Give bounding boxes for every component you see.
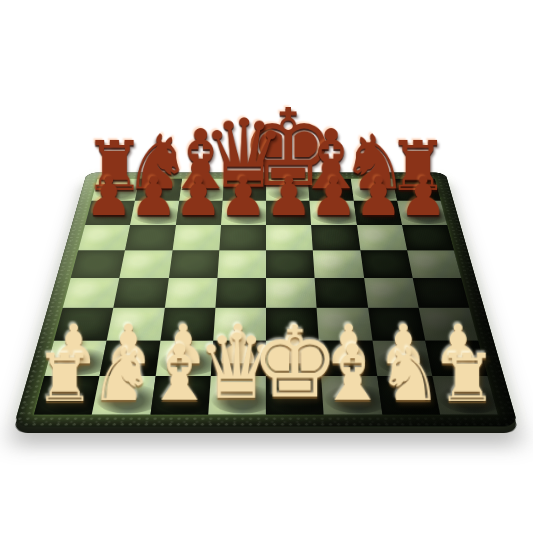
square-f6[interactable] xyxy=(311,225,360,251)
piece-white-rook-a1[interactable]: ♜ xyxy=(35,348,94,409)
square-b5[interactable] xyxy=(120,250,173,278)
piece-white-bishop-c1[interactable]: ♝ xyxy=(145,338,215,409)
square-f4[interactable] xyxy=(315,278,368,308)
square-g5[interactable] xyxy=(360,250,412,278)
piece-black-pawn-g7[interactable]: ♟ xyxy=(355,172,403,221)
square-c5[interactable] xyxy=(168,250,219,278)
square-f1[interactable]: ♝ xyxy=(321,376,382,415)
square-d7[interactable]: ♟ xyxy=(221,201,266,225)
square-g7[interactable]: ♟ xyxy=(353,201,401,225)
chess-board: ♜♞♝♛♚♝♞♜♟♟♟♟♟♟♟♟♟♟♟♟♟♟♟♟♜♞♝♛♚♝♞♜ xyxy=(14,173,519,427)
square-c1[interactable]: ♝ xyxy=(150,376,211,415)
square-a4[interactable] xyxy=(63,278,120,308)
square-c4[interactable] xyxy=(164,278,217,308)
square-a5[interactable] xyxy=(71,250,125,278)
perspective-container: ♜♞♝♛♚♝♞♜♟♟♟♟♟♟♟♟♟♟♟♟♟♟♟♟♜♞♝♛♚♝♞♜ xyxy=(0,0,533,533)
piece-black-pawn-h7[interactable]: ♟ xyxy=(400,172,448,221)
square-h1[interactable]: ♜ xyxy=(432,376,498,415)
square-d5[interactable] xyxy=(217,250,266,278)
square-h5[interactable] xyxy=(407,250,461,278)
square-b6[interactable] xyxy=(125,225,175,251)
square-e1[interactable]: ♚ xyxy=(266,376,324,415)
square-c7[interactable]: ♟ xyxy=(176,201,223,225)
square-f5[interactable] xyxy=(313,250,364,278)
piece-black-pawn-c7[interactable]: ♟ xyxy=(175,172,223,221)
square-b4[interactable] xyxy=(114,278,169,308)
square-g6[interactable] xyxy=(357,225,407,251)
square-e6[interactable] xyxy=(266,225,313,251)
piece-black-pawn-e7[interactable]: ♟ xyxy=(265,172,313,221)
square-h4[interactable] xyxy=(412,278,469,308)
piece-white-bishop-f1[interactable]: ♝ xyxy=(318,338,388,409)
square-d6[interactable] xyxy=(219,225,266,251)
square-a6[interactable] xyxy=(78,225,130,251)
square-h7[interactable]: ♟ xyxy=(397,201,447,225)
square-d4[interactable] xyxy=(215,278,266,308)
square-e5[interactable] xyxy=(266,250,315,278)
board-frame: ♜♞♝♛♚♝♞♜♟♟♟♟♟♟♟♟♟♟♟♟♟♟♟♟♜♞♝♛♚♝♞♜ xyxy=(14,173,519,427)
square-g4[interactable] xyxy=(364,278,419,308)
square-a1[interactable]: ♜ xyxy=(34,376,100,415)
piece-black-pawn-d7[interactable]: ♟ xyxy=(220,172,268,221)
board-grid: ♜♞♝♛♚♝♞♜♟♟♟♟♟♟♟♟♟♟♟♟♟♟♟♟♜♞♝♛♚♝♞♜ xyxy=(34,179,498,415)
square-h6[interactable] xyxy=(402,225,454,251)
piece-black-pawn-b7[interactable]: ♟ xyxy=(130,172,178,221)
square-c6[interactable] xyxy=(172,225,221,251)
square-e7[interactable]: ♟ xyxy=(266,201,311,225)
square-a7[interactable]: ♟ xyxy=(85,201,135,225)
square-e4[interactable] xyxy=(266,278,317,308)
piece-black-pawn-a7[interactable]: ♟ xyxy=(85,172,133,221)
square-f7[interactable]: ♟ xyxy=(310,201,357,225)
piece-black-pawn-f7[interactable]: ♟ xyxy=(310,172,358,221)
photo-scene: ♜♞♝♛♚♝♞♜♟♟♟♟♟♟♟♟♟♟♟♟♟♟♟♟♜♞♝♛♚♝♞♜ xyxy=(0,0,533,533)
piece-white-rook-h1[interactable]: ♜ xyxy=(438,348,497,409)
square-b7[interactable]: ♟ xyxy=(130,201,178,225)
